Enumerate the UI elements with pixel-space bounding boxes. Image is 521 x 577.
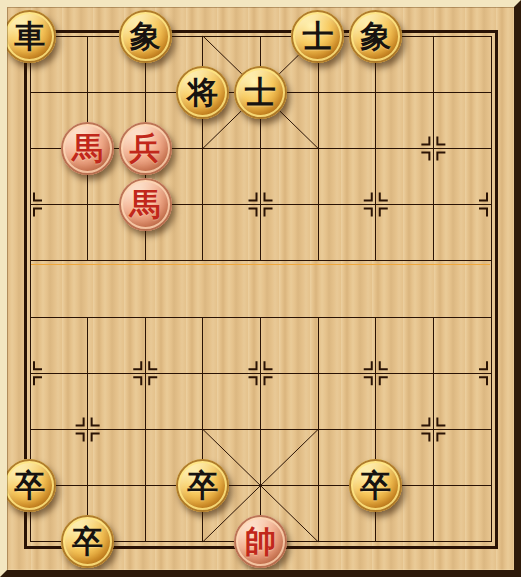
black-general[interactable]: 将 — [176, 66, 229, 119]
black-elephant[interactable]: 象 — [119, 10, 172, 63]
black-chariot[interactable]: 車 — [3, 10, 56, 63]
black-soldier[interactable]: 卒 — [3, 459, 56, 512]
red-horse[interactable]: 馬 — [61, 122, 114, 175]
red-horse[interactable]: 馬 — [119, 178, 172, 231]
black-soldier[interactable]: 卒 — [61, 515, 114, 568]
black-advisor[interactable]: 士 — [291, 10, 344, 63]
red-soldier[interactable]: 兵 — [119, 122, 172, 175]
black-soldier[interactable]: 卒 — [176, 459, 229, 512]
black-elephant[interactable]: 象 — [349, 10, 402, 63]
pieces-layer: 車象士象将士馬兵馬卒卒卒卒帥 — [1, 8, 520, 570]
xiangqi-board: 車象士象将士馬兵馬卒卒卒卒帥 — [0, 0, 521, 577]
black-advisor[interactable]: 士 — [234, 66, 287, 119]
black-soldier[interactable]: 卒 — [349, 459, 402, 512]
red-general[interactable]: 帥 — [234, 515, 287, 568]
